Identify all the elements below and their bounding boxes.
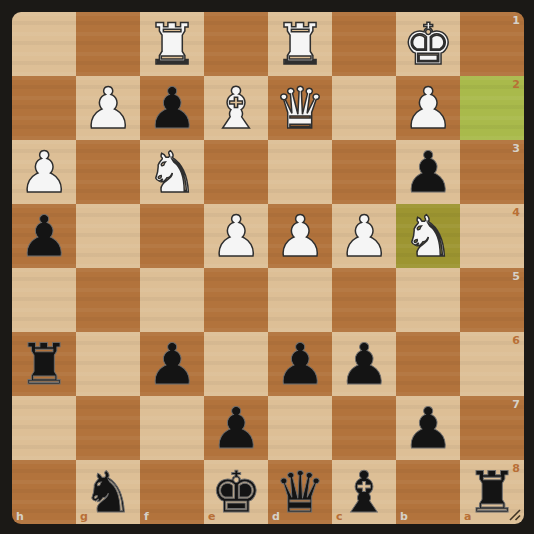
square-b6[interactable]: [396, 332, 460, 396]
square-e8[interactable]: e♚: [204, 460, 268, 524]
square-a2[interactable]: 2: [460, 76, 524, 140]
black-pawn[interactable]: ♟: [396, 140, 460, 204]
square-e2[interactable]: ♝: [204, 76, 268, 140]
square-g5[interactable]: [76, 268, 140, 332]
white-pawn[interactable]: ♟: [204, 204, 268, 268]
white-bishop[interactable]: ♝: [204, 76, 268, 140]
file-label-b: b: [400, 510, 408, 523]
square-a7[interactable]: 7: [460, 396, 524, 460]
square-c3[interactable]: [332, 140, 396, 204]
square-c1[interactable]: [332, 12, 396, 76]
square-f1[interactable]: ♜: [140, 12, 204, 76]
black-pawn[interactable]: ♟: [332, 332, 396, 396]
black-king[interactable]: ♚: [204, 460, 268, 524]
square-c6[interactable]: ♟: [332, 332, 396, 396]
square-b7[interactable]: ♟: [396, 396, 460, 460]
black-pawn[interactable]: ♟: [396, 396, 460, 460]
square-f8[interactable]: f: [140, 460, 204, 524]
square-a1[interactable]: 1: [460, 12, 524, 76]
square-h7[interactable]: [12, 396, 76, 460]
square-h5[interactable]: [12, 268, 76, 332]
black-queen[interactable]: ♛: [268, 460, 332, 524]
square-c5[interactable]: [332, 268, 396, 332]
black-pawn[interactable]: ♟: [140, 332, 204, 396]
white-pawn[interactable]: ♟: [12, 140, 76, 204]
square-b1[interactable]: ♚: [396, 12, 460, 76]
square-d4[interactable]: ♟: [268, 204, 332, 268]
white-queen[interactable]: ♛: [268, 76, 332, 140]
white-knight[interactable]: ♞: [396, 204, 460, 268]
white-king[interactable]: ♚: [396, 12, 460, 76]
square-h6[interactable]: ♜: [12, 332, 76, 396]
square-c2[interactable]: [332, 76, 396, 140]
file-label-f: f: [144, 510, 149, 523]
square-e6[interactable]: [204, 332, 268, 396]
black-pawn[interactable]: ♟: [204, 396, 268, 460]
white-knight[interactable]: ♞: [140, 140, 204, 204]
square-d1[interactable]: ♜: [268, 12, 332, 76]
white-pawn[interactable]: ♟: [268, 204, 332, 268]
black-pawn[interactable]: ♟: [268, 332, 332, 396]
board-background: ♜♜♚1♟♟♝♛♟2♟♞♟3♟♟♟♟♞45♜♟♟♟6♟♟7hg♞fe♚d♛c♝b…: [0, 0, 534, 534]
rank-label-4: 4: [512, 206, 520, 219]
square-c4[interactable]: ♟: [332, 204, 396, 268]
square-b5[interactable]: [396, 268, 460, 332]
square-h8[interactable]: h: [12, 460, 76, 524]
square-c7[interactable]: [332, 396, 396, 460]
square-d8[interactable]: d♛: [268, 460, 332, 524]
square-a4[interactable]: 4: [460, 204, 524, 268]
square-h4[interactable]: ♟: [12, 204, 76, 268]
square-d3[interactable]: [268, 140, 332, 204]
square-e5[interactable]: [204, 268, 268, 332]
square-h1[interactable]: [12, 12, 76, 76]
square-g4[interactable]: [76, 204, 140, 268]
rank-label-2: 2: [512, 78, 520, 91]
square-d5[interactable]: [268, 268, 332, 332]
rank-label-1: 1: [512, 14, 520, 27]
square-e4[interactable]: ♟: [204, 204, 268, 268]
square-h3[interactable]: ♟: [12, 140, 76, 204]
white-pawn[interactable]: ♟: [396, 76, 460, 140]
square-c8[interactable]: c♝: [332, 460, 396, 524]
white-pawn[interactable]: ♟: [76, 76, 140, 140]
square-e3[interactable]: [204, 140, 268, 204]
rank-label-5: 5: [512, 270, 520, 283]
square-g6[interactable]: [76, 332, 140, 396]
square-f3[interactable]: ♞: [140, 140, 204, 204]
square-g3[interactable]: [76, 140, 140, 204]
square-g8[interactable]: g♞: [76, 460, 140, 524]
square-f6[interactable]: ♟: [140, 332, 204, 396]
square-e7[interactable]: ♟: [204, 396, 268, 460]
square-a3[interactable]: 3: [460, 140, 524, 204]
square-b4[interactable]: ♞: [396, 204, 460, 268]
square-d6[interactable]: ♟: [268, 332, 332, 396]
square-f4[interactable]: [140, 204, 204, 268]
rank-label-6: 6: [512, 334, 520, 347]
black-pawn[interactable]: ♟: [12, 204, 76, 268]
square-f5[interactable]: [140, 268, 204, 332]
black-pawn[interactable]: ♟: [140, 76, 204, 140]
chess-board[interactable]: ♜♜♚1♟♟♝♛♟2♟♞♟3♟♟♟♟♞45♜♟♟♟6♟♟7hg♞fe♚d♛c♝b…: [12, 12, 524, 524]
square-d2[interactable]: ♛: [268, 76, 332, 140]
black-bishop[interactable]: ♝: [332, 460, 396, 524]
white-rook[interactable]: ♜: [140, 12, 204, 76]
square-b2[interactable]: ♟: [396, 76, 460, 140]
board-resize-handle[interactable]: [506, 506, 522, 522]
white-rook[interactable]: ♜: [268, 12, 332, 76]
file-label-h: h: [16, 510, 24, 523]
square-g2[interactable]: ♟: [76, 76, 140, 140]
square-h2[interactable]: [12, 76, 76, 140]
square-b8[interactable]: b: [396, 460, 460, 524]
square-d7[interactable]: [268, 396, 332, 460]
page: { "game": "chess", "orientation": "black…: [0, 0, 534, 534]
square-a6[interactable]: 6: [460, 332, 524, 396]
rank-label-7: 7: [512, 398, 520, 411]
rank-label-3: 3: [512, 142, 520, 155]
square-e1[interactable]: [204, 12, 268, 76]
black-knight[interactable]: ♞: [76, 460, 140, 524]
square-f2[interactable]: ♟: [140, 76, 204, 140]
square-f7[interactable]: [140, 396, 204, 460]
black-rook[interactable]: ♜: [12, 332, 76, 396]
square-g7[interactable]: [76, 396, 140, 460]
square-g1[interactable]: [76, 12, 140, 76]
white-pawn[interactable]: ♟: [332, 204, 396, 268]
square-a5[interactable]: 5: [460, 268, 524, 332]
square-b3[interactable]: ♟: [396, 140, 460, 204]
